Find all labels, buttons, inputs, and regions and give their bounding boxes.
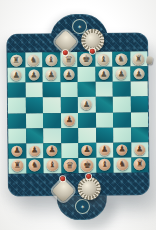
sunburst-medallion-top bbox=[80, 28, 104, 52]
square-g2[interactable]: ♟ bbox=[113, 142, 131, 157]
square-d5[interactable] bbox=[60, 97, 78, 112]
square-g1[interactable]: ♞ bbox=[113, 157, 131, 172]
square-h5[interactable] bbox=[130, 97, 148, 112]
black-bishop[interactable]: ♝ bbox=[98, 53, 110, 65]
black-king[interactable]: ♚ bbox=[80, 53, 93, 66]
red-gem bbox=[90, 49, 95, 54]
square-f5[interactable] bbox=[95, 97, 113, 112]
square-g4[interactable] bbox=[113, 112, 131, 127]
sunburst-medallion-bottom bbox=[77, 176, 101, 200]
white-pawn[interactable]: ♟ bbox=[99, 144, 110, 155]
white-pawn[interactable]: ♟ bbox=[47, 145, 58, 156]
square-d7[interactable]: ♟ bbox=[60, 67, 78, 82]
white-bishop[interactable]: ♝ bbox=[46, 160, 58, 172]
square-b6[interactable] bbox=[25, 83, 43, 98]
square-a3[interactable] bbox=[8, 128, 26, 143]
square-a8[interactable]: ♜ bbox=[7, 53, 25, 68]
square-e5[interactable]: ♟ bbox=[78, 97, 96, 112]
square-b3[interactable] bbox=[26, 128, 44, 143]
square-b5[interactable] bbox=[25, 98, 43, 113]
black-knight[interactable]: ♞ bbox=[28, 54, 40, 66]
diamond-medallion-bottom bbox=[51, 178, 75, 202]
square-c4[interactable] bbox=[43, 113, 61, 128]
red-gem bbox=[60, 176, 65, 181]
black-pawn[interactable]: ♟ bbox=[46, 69, 57, 80]
black-pawn[interactable]: ♟ bbox=[28, 70, 39, 81]
square-d2[interactable] bbox=[61, 143, 79, 158]
square-f8[interactable]: ♝ bbox=[95, 52, 113, 67]
square-h3[interactable] bbox=[131, 127, 149, 142]
square-e3[interactable] bbox=[78, 127, 96, 142]
square-h4[interactable] bbox=[130, 112, 148, 127]
square-b4[interactable] bbox=[25, 113, 43, 128]
white-king[interactable]: ♚ bbox=[81, 159, 94, 172]
square-e1[interactable]: ♚ bbox=[78, 158, 96, 173]
black-pawn[interactable]: ♟ bbox=[133, 68, 144, 79]
square-d1[interactable]: ♛ bbox=[61, 158, 79, 173]
white-pawn[interactable]: ♟ bbox=[29, 145, 40, 156]
photo-background: ✶ ✶ ♜♞♝♛♚♝♞♜♟♟♟♟♟♟♟♟♟♟♟♟♟♟♟♟♜♞♝♛♚♝♞♜ bbox=[0, 0, 156, 230]
square-g3[interactable] bbox=[113, 127, 131, 142]
white-pawn[interactable]: ♟ bbox=[82, 145, 93, 156]
white-bishop[interactable]: ♝ bbox=[99, 159, 111, 171]
maker-emblem-bottom: ✶ bbox=[75, 199, 90, 214]
square-f2[interactable]: ♟ bbox=[96, 142, 114, 157]
black-rook[interactable]: ♜ bbox=[133, 53, 145, 65]
square-a5[interactable] bbox=[8, 98, 26, 113]
black-rook[interactable]: ♜ bbox=[10, 54, 22, 66]
chess-set: ✶ ✶ ♜♞♝♛♚♝♞♜♟♟♟♟♟♟♟♟♟♟♟♟♟♟♟♟♜♞♝♛♚♝♞♜ bbox=[0, 0, 156, 230]
square-c7[interactable]: ♟ bbox=[43, 67, 61, 82]
square-b8[interactable]: ♞ bbox=[25, 52, 43, 67]
black-pawn[interactable]: ♟ bbox=[11, 70, 22, 81]
square-c6[interactable] bbox=[43, 82, 61, 97]
diamond-medallion-top bbox=[53, 29, 77, 53]
square-c2[interactable]: ♟ bbox=[43, 143, 61, 158]
black-pawn[interactable]: ♟ bbox=[98, 69, 109, 80]
white-queen[interactable]: ♛ bbox=[63, 159, 76, 172]
square-d4[interactable]: ♟ bbox=[60, 113, 78, 128]
square-a4[interactable] bbox=[8, 113, 26, 128]
black-pawn[interactable]: ♟ bbox=[81, 99, 92, 110]
white-pawn[interactable]: ♟ bbox=[12, 145, 23, 156]
black-pawn[interactable]: ♟ bbox=[116, 69, 127, 80]
square-f7[interactable]: ♟ bbox=[95, 67, 113, 82]
white-pawn[interactable]: ♟ bbox=[117, 144, 128, 155]
square-h1[interactable]: ♜ bbox=[131, 157, 149, 172]
square-c5[interactable] bbox=[43, 98, 61, 113]
white-rook[interactable]: ♜ bbox=[134, 159, 146, 171]
square-g6[interactable] bbox=[113, 82, 131, 97]
black-pawn[interactable]: ♟ bbox=[63, 69, 74, 80]
square-h6[interactable] bbox=[130, 82, 148, 97]
square-e8[interactable]: ♚ bbox=[77, 52, 95, 67]
square-d3[interactable] bbox=[61, 128, 79, 143]
square-h8[interactable]: ♜ bbox=[130, 51, 148, 66]
square-f3[interactable] bbox=[96, 127, 114, 142]
red-gem bbox=[86, 174, 91, 179]
square-a7[interactable]: ♟ bbox=[8, 68, 26, 83]
square-c1[interactable]: ♝ bbox=[43, 158, 61, 173]
square-b1[interactable]: ♞ bbox=[26, 158, 44, 173]
black-knight[interactable]: ♞ bbox=[115, 53, 127, 65]
square-f4[interactable] bbox=[95, 112, 113, 127]
square-b2[interactable]: ♟ bbox=[26, 143, 44, 158]
square-b7[interactable]: ♟ bbox=[25, 67, 43, 82]
square-c3[interactable] bbox=[43, 128, 61, 143]
square-d6[interactable] bbox=[60, 82, 78, 97]
square-f1[interactable]: ♝ bbox=[96, 158, 114, 173]
square-g7[interactable]: ♟ bbox=[112, 67, 130, 82]
square-g8[interactable]: ♞ bbox=[112, 51, 130, 66]
square-a2[interactable]: ♟ bbox=[8, 143, 26, 158]
black-bishop[interactable]: ♝ bbox=[45, 54, 57, 66]
square-c8[interactable]: ♝ bbox=[42, 52, 60, 67]
white-knight[interactable]: ♞ bbox=[29, 160, 41, 172]
square-a6[interactable] bbox=[8, 83, 26, 98]
square-e4[interactable] bbox=[78, 112, 96, 127]
white-pawn[interactable]: ♟ bbox=[64, 115, 75, 126]
square-e6[interactable] bbox=[78, 82, 96, 97]
medallion-core bbox=[77, 176, 100, 199]
square-g5[interactable] bbox=[113, 97, 131, 112]
square-f6[interactable] bbox=[95, 82, 113, 97]
square-a1[interactable]: ♜ bbox=[8, 158, 26, 173]
red-gem bbox=[63, 50, 68, 55]
white-rook[interactable]: ♜ bbox=[11, 160, 23, 172]
emblem-star-icon: ✶ bbox=[80, 203, 85, 209]
square-e2[interactable]: ♟ bbox=[78, 143, 96, 158]
clasp-icon bbox=[146, 56, 153, 65]
square-h7[interactable]: ♟ bbox=[130, 66, 148, 81]
square-e7[interactable] bbox=[77, 67, 95, 82]
medallion-core bbox=[51, 178, 75, 202]
square-h2[interactable]: ♟ bbox=[131, 142, 149, 157]
chess-board: ♜♞♝♛♚♝♞♜♟♟♟♟♟♟♟♟♟♟♟♟♟♟♟♟♜♞♝♛♚♝♞♜ bbox=[7, 51, 148, 173]
white-knight[interactable]: ♞ bbox=[116, 159, 128, 171]
white-pawn[interactable]: ♟ bbox=[134, 144, 145, 155]
